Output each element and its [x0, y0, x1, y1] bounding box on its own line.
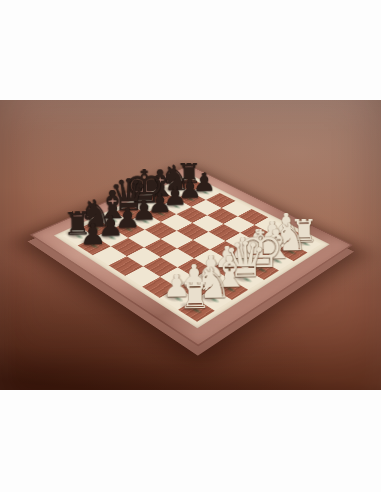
photo-page: ♜♟♟♜♞♟♟♞♝♟♟♝♚♟♟♚♛♟♟♛♝♟♟♝♞♟♟♞♜♟♟♜ [0, 0, 381, 492]
board-grid: ♜♟♟♜♞♟♟♞♝♟♟♝♚♟♟♚♛♟♟♛♝♟♟♝♞♟♟♞♜♟♟♜ [63, 178, 321, 322]
chess-board: ♜♟♟♜♞♟♟♞♝♟♟♝♚♟♟♚♛♟♟♛♝♟♟♝♞♟♟♞♜♟♟♜ [30, 165, 353, 347]
square-a1[interactable]: ♜ [178, 299, 215, 322]
table-surface: ♜♟♟♜♞♟♟♞♝♟♟♝♚♟♟♚♛♟♟♛♝♟♟♝♞♟♟♞♜♟♟♜ [0, 100, 381, 390]
piece-white-rook[interactable]: ♜ [155, 281, 236, 311]
piece-black-pawn[interactable]: ♟ [57, 223, 130, 247]
square-a7[interactable]: ♟ [78, 237, 111, 255]
board-margin-stripe: ♜♟♟♜♞♟♟♞♝♟♟♝♚♟♟♚♛♟♟♛♝♟♟♝♞♟♟♞♜♟♟♜ [54, 174, 330, 328]
